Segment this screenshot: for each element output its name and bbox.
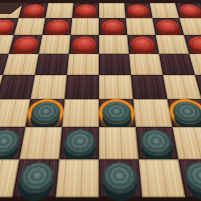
teal-piece[interactable] — [0, 129, 22, 156]
dark-square-r3c6[interactable] — [127, 35, 159, 54]
red-piece[interactable] — [155, 19, 181, 33]
dark-square-r8c3[interactable] — [13, 159, 60, 197]
dark-square-r2c5[interactable] — [99, 18, 127, 35]
dark-square-r7c6[interactable] — [136, 127, 179, 159]
dark-square-r1c6[interactable] — [124, 3, 152, 18]
teal-piece[interactable] — [102, 162, 138, 194]
red-piece[interactable] — [127, 4, 151, 17]
light-square-r2c8 — [179, 18, 201, 35]
red-piece[interactable] — [74, 4, 97, 17]
light-square-r3c5 — [99, 35, 129, 54]
board-grid — [0, 3, 201, 197]
checkers-game-view — [0, 0, 201, 201]
dark-square-r7c4[interactable] — [59, 127, 99, 159]
dark-square-r3c4[interactable] — [69, 35, 99, 54]
teal-piece[interactable] — [63, 129, 96, 156]
light-square-r2c4 — [71, 18, 99, 35]
red-piece[interactable] — [12, 36, 40, 52]
dark-square-r4c5[interactable] — [99, 54, 131, 75]
dark-square-r6c7[interactable] — [167, 99, 201, 127]
dark-square-r6c3[interactable] — [25, 99, 64, 127]
dark-square-r1c2[interactable] — [19, 3, 49, 18]
dark-square-r5c4[interactable] — [65, 75, 99, 99]
dark-square-r5c2[interactable] — [0, 75, 35, 99]
red-piece[interactable] — [178, 4, 201, 17]
dark-square-r2c3[interactable] — [42, 18, 72, 35]
light-square-r7c7 — [173, 127, 201, 159]
dark-square-r1c8[interactable] — [175, 3, 201, 18]
light-square-r8c6 — [139, 159, 186, 197]
teal-piece[interactable] — [139, 129, 175, 156]
light-square-r4c4 — [67, 54, 99, 75]
light-square-r6c4 — [62, 99, 99, 127]
dark-square-r6c5[interactable] — [99, 99, 136, 127]
light-square-r5c3 — [31, 75, 67, 99]
teal-piece[interactable] — [182, 162, 201, 194]
checkers-board — [0, 0, 201, 201]
light-square-r7c5 — [99, 127, 139, 159]
red-piece[interactable] — [45, 19, 70, 33]
light-square-r8c4 — [56, 159, 99, 197]
dark-square-r4c3[interactable] — [35, 54, 69, 75]
dark-square-r3c2[interactable] — [9, 35, 43, 54]
light-square-r2c2 — [14, 18, 45, 35]
red-piece[interactable] — [130, 36, 157, 52]
red-piece[interactable] — [101, 19, 125, 33]
light-square-r7c3 — [20, 127, 63, 159]
red-piece[interactable] — [71, 36, 96, 52]
light-square-r5c5 — [99, 75, 133, 99]
light-square-r1c3 — [45, 3, 73, 18]
light-square-r2c6 — [126, 18, 156, 35]
light-square-r3c3 — [39, 35, 71, 54]
red-piece[interactable] — [187, 36, 201, 52]
light-square-r1c5 — [99, 3, 126, 18]
light-square-r4c6 — [129, 54, 163, 75]
teal-piece[interactable] — [17, 162, 56, 194]
dark-square-r1c4[interactable] — [72, 3, 99, 18]
light-square-r6c6 — [133, 99, 172, 127]
red-piece[interactable] — [21, 4, 46, 17]
dark-square-r5c6[interactable] — [131, 75, 167, 99]
light-square-r4c2 — [3, 54, 39, 75]
dark-square-r8c5[interactable] — [99, 159, 142, 197]
